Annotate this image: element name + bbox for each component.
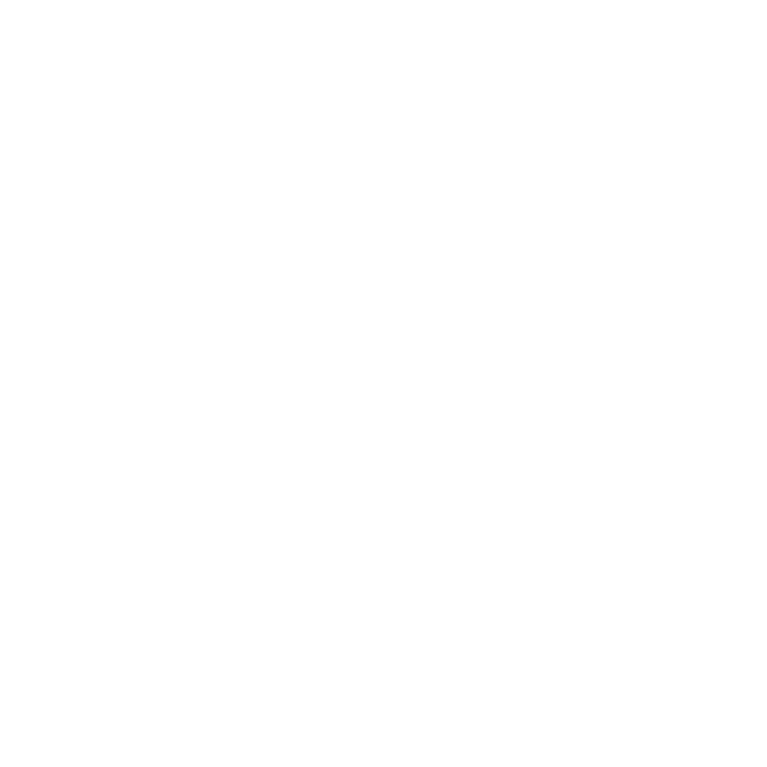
- product-photo: [0, 0, 767, 767]
- chinese-checkers-board: [0, 0, 767, 767]
